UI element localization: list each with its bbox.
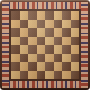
square-e6[interactable] — [45, 28, 54, 37]
square-g5[interactable] — [62, 37, 71, 46]
square-c7[interactable] — [28, 20, 37, 29]
square-b7[interactable] — [20, 20, 29, 29]
square-d2[interactable] — [37, 62, 46, 71]
square-e4[interactable] — [45, 45, 54, 54]
square-c6[interactable] — [28, 28, 37, 37]
square-h5[interactable] — [71, 37, 80, 46]
square-a4[interactable] — [11, 45, 20, 54]
square-c1[interactable] — [28, 71, 37, 80]
square-a2[interactable] — [11, 62, 20, 71]
square-c5[interactable] — [28, 37, 37, 46]
square-b8[interactable] — [20, 11, 29, 20]
square-h6[interactable] — [71, 28, 80, 37]
square-f7[interactable] — [54, 20, 63, 29]
square-c3[interactable] — [28, 54, 37, 63]
square-g1[interactable] — [62, 71, 71, 80]
mosaic-border-top — [2, 2, 88, 9]
square-h1[interactable] — [71, 71, 80, 80]
mosaic-border-right — [81, 2, 88, 88]
square-b4[interactable] — [20, 45, 29, 54]
square-a8[interactable] — [11, 11, 20, 20]
square-e7[interactable] — [45, 20, 54, 29]
mosaic-border-bottom — [2, 81, 88, 88]
square-g4[interactable] — [62, 45, 71, 54]
square-h4[interactable] — [71, 45, 80, 54]
square-d3[interactable] — [37, 54, 46, 63]
square-c2[interactable] — [28, 62, 37, 71]
square-e3[interactable] — [45, 54, 54, 63]
square-a6[interactable] — [11, 28, 20, 37]
square-a3[interactable] — [11, 54, 20, 63]
square-g8[interactable] — [62, 11, 71, 20]
board-photo — [0, 0, 90, 90]
square-g7[interactable] — [62, 20, 71, 29]
square-e1[interactable] — [45, 71, 54, 80]
square-b3[interactable] — [20, 54, 29, 63]
square-a1[interactable] — [11, 71, 20, 80]
square-d7[interactable] — [37, 20, 46, 29]
square-b1[interactable] — [20, 71, 29, 80]
square-h3[interactable] — [71, 54, 80, 63]
square-d8[interactable] — [37, 11, 46, 20]
square-e8[interactable] — [45, 11, 54, 20]
square-b5[interactable] — [20, 37, 29, 46]
square-f3[interactable] — [54, 54, 63, 63]
square-f1[interactable] — [54, 71, 63, 80]
square-c4[interactable] — [28, 45, 37, 54]
square-a7[interactable] — [11, 20, 20, 29]
square-h2[interactable] — [71, 62, 80, 71]
square-h7[interactable] — [71, 20, 80, 29]
square-d4[interactable] — [37, 45, 46, 54]
square-f2[interactable] — [54, 62, 63, 71]
square-a5[interactable] — [11, 37, 20, 46]
square-b2[interactable] — [20, 62, 29, 71]
square-h8[interactable] — [71, 11, 80, 20]
square-g3[interactable] — [62, 54, 71, 63]
mosaic-border-left — [2, 2, 9, 88]
square-f5[interactable] — [54, 37, 63, 46]
square-e5[interactable] — [45, 37, 54, 46]
square-f6[interactable] — [54, 28, 63, 37]
square-f4[interactable] — [54, 45, 63, 54]
square-d1[interactable] — [37, 71, 46, 80]
square-d6[interactable] — [37, 28, 46, 37]
square-e2[interactable] — [45, 62, 54, 71]
square-b6[interactable] — [20, 28, 29, 37]
board-frame — [0, 0, 90, 90]
square-g6[interactable] — [62, 28, 71, 37]
chess-board — [11, 11, 79, 79]
square-g2[interactable] — [62, 62, 71, 71]
square-c8[interactable] — [28, 11, 37, 20]
square-d5[interactable] — [37, 37, 46, 46]
square-f8[interactable] — [54, 11, 63, 20]
